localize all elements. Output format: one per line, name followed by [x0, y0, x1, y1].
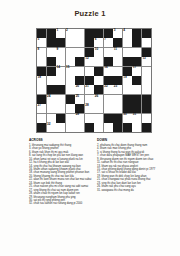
grid-cell[interactable] — [47, 76, 56, 85]
grid-cell[interactable]: 4 — [123, 29, 132, 38]
black-cell — [85, 123, 94, 132]
across-header: ACROSS — [29, 139, 93, 143]
grid-cell[interactable] — [66, 114, 75, 123]
grid-cell[interactable]: 26 — [94, 95, 103, 104]
clue-number: 20 — [76, 85, 79, 88]
clue-number: 24 — [47, 95, 50, 98]
clue-number: 32 — [47, 123, 50, 126]
grid-cell[interactable]: 3 — [113, 29, 122, 38]
down-clues: DOWN 2. phahana thi chai doen thang than… — [97, 139, 163, 192]
grid-cell[interactable] — [123, 85, 132, 94]
black-cell — [132, 95, 141, 104]
grid-cell[interactable] — [47, 48, 56, 57]
clue-number: 10 — [95, 48, 98, 51]
grid-cell[interactable]: 27 — [37, 104, 46, 113]
grid-cell[interactable] — [66, 48, 75, 57]
black-cell — [66, 95, 75, 104]
grid-cell[interactable] — [113, 57, 122, 66]
clue-number: 15 — [66, 66, 69, 69]
grid-cell[interactable] — [75, 38, 84, 47]
clue-number: 30 — [123, 113, 126, 116]
grid-cell[interactable] — [142, 38, 151, 47]
grid-cell[interactable]: 11 — [113, 48, 122, 57]
down-header: DOWN — [97, 139, 163, 143]
black-cell — [85, 38, 94, 47]
black-cell — [132, 29, 141, 38]
clue-number: 8 — [38, 48, 40, 51]
grid-cell[interactable] — [123, 48, 132, 57]
grid-cell[interactable] — [75, 67, 84, 76]
grid-cell[interactable]: 9 — [56, 48, 65, 57]
black-cell — [142, 123, 151, 132]
clue-number: 28 — [85, 104, 88, 107]
black-cell — [142, 29, 151, 38]
grid-cell[interactable] — [142, 85, 151, 94]
grid-cell[interactable]: 23 — [113, 85, 122, 94]
clue-number: 5 — [38, 38, 40, 41]
grid-cell[interactable] — [66, 76, 75, 85]
clue-number: 22 — [104, 85, 107, 88]
grid-cell[interactable]: 15 — [66, 67, 75, 76]
grid-cell[interactable]: 19 — [123, 76, 132, 85]
black-cell — [75, 57, 84, 66]
grid-cell[interactable]: 10 — [94, 48, 103, 57]
black-cell — [56, 85, 65, 94]
clue-number: 14 — [57, 66, 60, 69]
black-cell — [47, 57, 56, 66]
grid-cell[interactable] — [37, 57, 46, 66]
grid-cell[interactable] — [113, 67, 122, 76]
clue-number: 19 — [123, 76, 126, 79]
grid-cell[interactable]: 2 — [66, 29, 75, 38]
black-cell — [94, 67, 103, 76]
grid-cell[interactable] — [94, 57, 103, 66]
clue-number: 27 — [38, 104, 41, 107]
grid-cell[interactable]: 5 — [37, 38, 46, 47]
clue-number: 26 — [95, 95, 98, 98]
clue-number: 17 — [133, 66, 136, 69]
clue-number: 2 — [66, 29, 68, 32]
grid-cell[interactable]: 25 — [75, 95, 84, 104]
clue-item: 31. awaiyawa thi chai mong du — [97, 189, 163, 192]
clue-number: 13 — [142, 57, 145, 60]
black-cell — [142, 104, 151, 113]
grid-cell[interactable]: 7 — [104, 38, 113, 47]
grid-cell[interactable] — [85, 67, 94, 76]
clue-number: 12 — [85, 57, 88, 60]
grid-cell[interactable]: 29 — [75, 114, 84, 123]
grid-cell[interactable] — [75, 29, 84, 38]
black-cell — [47, 38, 56, 47]
grid-cell[interactable] — [123, 38, 132, 47]
black-cell — [123, 57, 132, 66]
grid-cell[interactable]: 6 — [94, 38, 103, 47]
black-cell — [85, 29, 94, 38]
black-cell — [132, 38, 141, 47]
grid-cell[interactable] — [94, 123, 103, 132]
grid-cell[interactable]: 22 — [104, 85, 113, 94]
grid-cell[interactable] — [104, 104, 113, 113]
grid-cell[interactable] — [104, 123, 113, 132]
black-cell — [132, 76, 141, 85]
black-cell — [56, 38, 65, 47]
grid-cell[interactable]: 16 — [104, 67, 113, 76]
black-cell — [113, 38, 122, 47]
black-cell — [56, 114, 65, 123]
clue-number: 9 — [57, 48, 59, 51]
black-cell — [123, 95, 132, 104]
grid-cell[interactable] — [94, 114, 103, 123]
clue-number: 4 — [123, 29, 125, 32]
grid-cell[interactable]: 31 — [132, 114, 141, 123]
black-cell — [47, 67, 56, 76]
clue-number: 31 — [133, 113, 136, 116]
clue-number: 11 — [114, 48, 117, 51]
grid-cell[interactable] — [56, 104, 65, 113]
grid-cell[interactable]: 18 — [37, 76, 46, 85]
grid-cell[interactable] — [94, 104, 103, 113]
grid-cell[interactable] — [75, 123, 84, 132]
black-cell — [113, 114, 122, 123]
clue-number: 3 — [114, 29, 116, 32]
grid-cell[interactable]: 14 — [56, 67, 65, 76]
grid-cell[interactable]: 32 — [47, 123, 56, 132]
grid-cell[interactable] — [37, 114, 46, 123]
clue-number: 18 — [38, 76, 41, 79]
black-cell — [123, 123, 132, 132]
clue-number: 6 — [95, 38, 97, 41]
across-clue-list: 1. khrueang mai sadaeng thit thang3. chu… — [29, 144, 93, 206]
grid-cell[interactable] — [66, 123, 75, 132]
black-cell — [47, 29, 56, 38]
grid-cell[interactable] — [56, 95, 65, 104]
clue-number: 7 — [104, 38, 106, 41]
grid-cell[interactable] — [56, 123, 65, 132]
grid-cell[interactable] — [66, 38, 75, 47]
grid-cell[interactable]: 24 — [47, 95, 56, 104]
clue-item: 32. chue tua lakhon nai rueang dang pi 2… — [29, 202, 93, 205]
grid-cell[interactable] — [37, 85, 46, 94]
grid-cell[interactable] — [104, 95, 113, 104]
grid-cell[interactable] — [47, 104, 56, 113]
black-cell — [142, 95, 151, 104]
grid-cell[interactable] — [66, 85, 75, 94]
across-clues: ACROSS 1. khrueang mai sadaeng thit than… — [29, 139, 93, 206]
black-cell — [113, 123, 122, 132]
clue-number: 29 — [76, 113, 79, 116]
grid-cell[interactable] — [142, 67, 151, 76]
grid-cell[interactable] — [132, 123, 141, 132]
grid-cell[interactable] — [56, 76, 65, 85]
grid-cell[interactable] — [113, 95, 122, 104]
crossword-grid: 1234567891011121314151617181920212223242… — [36, 28, 152, 133]
clue-number: 1 — [57, 29, 59, 32]
grid-cell[interactable]: 12 — [85, 57, 94, 66]
grid-cell[interactable] — [75, 48, 84, 57]
grid-cell[interactable] — [85, 114, 94, 123]
grid-cell[interactable] — [94, 76, 103, 85]
grid-cell[interactable] — [132, 85, 141, 94]
grid-cell[interactable] — [104, 48, 113, 57]
clue-number: 16 — [104, 66, 107, 69]
grid-cell[interactable] — [142, 114, 151, 123]
grid-cell[interactable]: 1 — [56, 29, 65, 38]
grid-cell[interactable]: 30 — [123, 114, 132, 123]
grid-cell[interactable]: 13 — [142, 57, 151, 66]
down-clue-list: 2. phahana thi chai doen thang thang nam… — [97, 144, 163, 192]
clue-number: 25 — [76, 95, 79, 98]
black-cell — [37, 123, 46, 132]
grid-cell[interactable] — [66, 104, 75, 113]
grid-cell[interactable] — [142, 76, 151, 85]
grid-cell[interactable]: 17 — [132, 67, 141, 76]
black-cell — [104, 114, 113, 123]
clue-number: 23 — [114, 85, 117, 88]
clue-number: 21 — [85, 85, 88, 88]
grid-cell[interactable]: 8 — [37, 48, 46, 57]
page-title: Puzzle 1 — [0, 9, 180, 18]
grid-cell[interactable]: 28 — [85, 104, 94, 113]
grid-cell[interactable]: 21 — [85, 85, 94, 94]
grid-cell[interactable] — [132, 48, 141, 57]
grid-cell[interactable] — [113, 104, 122, 113]
